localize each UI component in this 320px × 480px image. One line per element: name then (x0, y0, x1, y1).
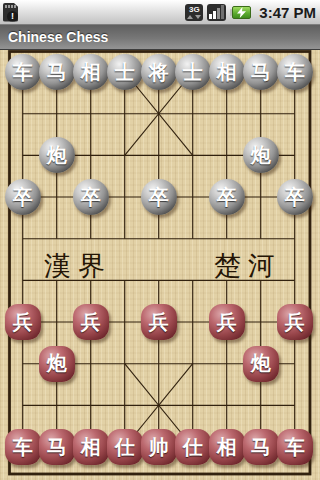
piece-silver-将[interactable]: 将 (141, 54, 177, 90)
piece-silver-马[interactable]: 马 (39, 54, 75, 90)
sdcard-warning-icon: ! (3, 3, 18, 22)
app-title: Chinese Chess (0, 29, 108, 45)
3g-data-icon: 3G (185, 4, 203, 21)
piece-red-兵[interactable]: 兵 (209, 304, 245, 340)
piece-red-马[interactable]: 马 (243, 429, 279, 465)
piece-silver-马[interactable]: 马 (243, 54, 279, 90)
piece-red-车[interactable]: 车 (5, 429, 41, 465)
piece-silver-炮[interactable]: 炮 (39, 137, 75, 173)
piece-red-仕[interactable]: 仕 (175, 429, 211, 465)
piece-silver-卒[interactable]: 卒 (277, 179, 313, 215)
piece-red-车[interactable]: 车 (277, 429, 313, 465)
battery-charging-icon (230, 6, 252, 19)
piece-silver-士[interactable]: 士 (175, 54, 211, 90)
piece-red-兵[interactable]: 兵 (277, 304, 313, 340)
title-bar: Chinese Chess (0, 25, 320, 50)
piece-silver-炮[interactable]: 炮 (243, 137, 279, 173)
piece-red-仕[interactable]: 仕 (107, 429, 143, 465)
piece-silver-士[interactable]: 士 (107, 54, 143, 90)
piece-silver-车[interactable]: 车 (277, 54, 313, 90)
piece-red-兵[interactable]: 兵 (5, 304, 41, 340)
status-bar: ! 3G 3:47 PM (0, 0, 320, 25)
status-bar-right: 3G 3:47 PM (185, 4, 320, 21)
clock-text: 3:47 PM (259, 4, 316, 21)
piece-silver-相[interactable]: 相 (73, 54, 109, 90)
piece-silver-车[interactable]: 车 (5, 54, 41, 90)
phone-screen: ! 3G 3:47 PM Chinese Chess (0, 0, 320, 480)
piece-silver-卒[interactable]: 卒 (209, 179, 245, 215)
piece-silver-相[interactable]: 相 (209, 54, 245, 90)
piece-red-兵[interactable]: 兵 (141, 304, 177, 340)
piece-red-帅[interactable]: 帅 (141, 429, 177, 465)
xiangqi-board[interactable]: 漢界 楚河 车马相士将士相马车炮炮卒卒卒卒卒兵兵兵兵兵炮炮车马相仕帅仕相马车 (0, 50, 320, 480)
piece-red-炮[interactable]: 炮 (243, 346, 279, 382)
piece-red-兵[interactable]: 兵 (73, 304, 109, 340)
piece-silver-卒[interactable]: 卒 (73, 179, 109, 215)
piece-red-相[interactable]: 相 (209, 429, 245, 465)
status-bar-left: ! (0, 3, 185, 22)
signal-strength-icon (207, 4, 226, 21)
piece-red-马[interactable]: 马 (39, 429, 75, 465)
piece-red-相[interactable]: 相 (73, 429, 109, 465)
piece-silver-卒[interactable]: 卒 (141, 179, 177, 215)
piece-red-炮[interactable]: 炮 (39, 346, 75, 382)
board-grid[interactable]: 车马相士将士相马车炮炮卒卒卒卒卒兵兵兵兵兵炮炮车马相仕帅仕相马车 (6, 51, 312, 468)
piece-silver-卒[interactable]: 卒 (5, 179, 41, 215)
